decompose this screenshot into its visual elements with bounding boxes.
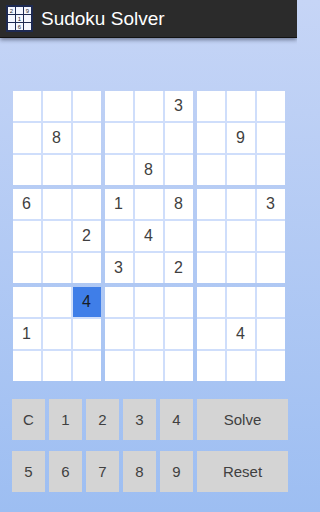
sudoku-board: 838962184323414 bbox=[13, 91, 285, 381]
box-1-1: 8 bbox=[13, 91, 101, 185]
cell-r1c3[interactable] bbox=[73, 91, 101, 121]
app-title: Sudoku Solver bbox=[41, 8, 165, 30]
icon-cell bbox=[8, 15, 15, 22]
cell-r2c1[interactable] bbox=[13, 123, 41, 153]
digit-button-6[interactable]: 6 bbox=[49, 451, 82, 492]
cell-r5c9[interactable] bbox=[257, 221, 285, 251]
sudoku-grid-icon: 2916 bbox=[6, 5, 33, 32]
cell-r8c3[interactable] bbox=[73, 319, 101, 349]
digit-button-8[interactable]: 8 bbox=[123, 451, 156, 492]
cell-r2c9[interactable] bbox=[257, 123, 285, 153]
cell-r1c6[interactable]: 3 bbox=[165, 91, 193, 121]
cell-r7c7[interactable] bbox=[197, 287, 225, 317]
reset-button[interactable]: Reset bbox=[197, 451, 288, 492]
cell-r6c9[interactable] bbox=[257, 253, 285, 283]
cell-r4c2[interactable] bbox=[43, 189, 71, 219]
cell-r9c4[interactable] bbox=[105, 351, 133, 381]
cell-r8c1[interactable]: 1 bbox=[13, 319, 41, 349]
cell-r6c4[interactable]: 3 bbox=[105, 253, 133, 283]
cell-r1c8[interactable] bbox=[227, 91, 255, 121]
digit-button-9[interactable]: 9 bbox=[160, 451, 193, 492]
box-3-2 bbox=[105, 287, 193, 381]
cell-r7c9[interactable] bbox=[257, 287, 285, 317]
icon-digit-9: 9 bbox=[24, 7, 31, 14]
cell-r4c3[interactable] bbox=[73, 189, 101, 219]
box-3-3: 4 bbox=[197, 287, 285, 381]
cell-r4c8[interactable] bbox=[227, 189, 255, 219]
box-2-1: 62 bbox=[13, 189, 101, 283]
cell-r8c4[interactable] bbox=[105, 319, 133, 349]
cell-r9c3[interactable] bbox=[73, 351, 101, 381]
digit-button-7[interactable]: 7 bbox=[86, 451, 119, 492]
cell-r4c5[interactable] bbox=[135, 189, 163, 219]
solve-button[interactable]: Solve bbox=[197, 399, 288, 440]
cell-r8c8[interactable]: 4 bbox=[227, 319, 255, 349]
title-bar: 2916 Sudoku Solver bbox=[0, 0, 297, 38]
cell-r3c1[interactable] bbox=[13, 155, 41, 185]
cell-r2c5[interactable] bbox=[135, 123, 163, 153]
cell-r8c5[interactable] bbox=[135, 319, 163, 349]
cell-r3c8[interactable] bbox=[227, 155, 255, 185]
icon-digit-6: 6 bbox=[16, 23, 23, 30]
digit-button-4[interactable]: 4 bbox=[160, 399, 193, 440]
box-3-1: 41 bbox=[13, 287, 101, 381]
clear-button[interactable]: C bbox=[12, 399, 45, 440]
digit-button-2[interactable]: 2 bbox=[86, 399, 119, 440]
cell-r3c2[interactable] bbox=[43, 155, 71, 185]
cell-r7c6[interactable] bbox=[165, 287, 193, 317]
cell-r3c7[interactable] bbox=[197, 155, 225, 185]
cell-r1c7[interactable] bbox=[197, 91, 225, 121]
cell-r4c9[interactable]: 3 bbox=[257, 189, 285, 219]
cell-r6c5[interactable] bbox=[135, 253, 163, 283]
cell-r8c7[interactable] bbox=[197, 319, 225, 349]
cell-r5c7[interactable] bbox=[197, 221, 225, 251]
icon-cell bbox=[24, 23, 31, 30]
box-1-2: 38 bbox=[105, 91, 193, 185]
cell-r9c1[interactable] bbox=[13, 351, 41, 381]
icon-cell bbox=[24, 15, 31, 22]
cell-r8c2[interactable] bbox=[43, 319, 71, 349]
box-2-3: 3 bbox=[197, 189, 285, 283]
box-2-2: 18432 bbox=[105, 189, 193, 283]
cell-r2c3[interactable] bbox=[73, 123, 101, 153]
cell-r9c6[interactable] bbox=[165, 351, 193, 381]
cell-r6c7[interactable] bbox=[197, 253, 225, 283]
icon-digit-1: 1 bbox=[16, 15, 23, 22]
cell-r1c2[interactable] bbox=[43, 91, 71, 121]
cell-r5c4[interactable] bbox=[105, 221, 133, 251]
keypad: C 1 2 3 4 Solve 5 6 7 8 9 Reset bbox=[12, 399, 288, 492]
digit-button-3[interactable]: 3 bbox=[123, 399, 156, 440]
cell-r3c6[interactable] bbox=[165, 155, 193, 185]
cell-r2c4[interactable] bbox=[105, 123, 133, 153]
cell-r7c8[interactable] bbox=[227, 287, 255, 317]
cell-r6c1[interactable] bbox=[13, 253, 41, 283]
cell-r3c4[interactable] bbox=[105, 155, 133, 185]
icon-digit-2: 2 bbox=[8, 7, 15, 14]
cell-r8c9[interactable] bbox=[257, 319, 285, 349]
cell-r7c5[interactable] bbox=[135, 287, 163, 317]
icon-cell bbox=[8, 23, 15, 30]
cell-r3c9[interactable] bbox=[257, 155, 285, 185]
cell-r5c5[interactable]: 4 bbox=[135, 221, 163, 251]
icon-cell bbox=[16, 7, 23, 14]
cell-r1c9[interactable] bbox=[257, 91, 285, 121]
cell-r2c2[interactable]: 8 bbox=[43, 123, 71, 153]
cell-r6c3[interactable] bbox=[73, 253, 101, 283]
cell-r2c6[interactable] bbox=[165, 123, 193, 153]
cell-r4c7[interactable] bbox=[197, 189, 225, 219]
cell-r3c5[interactable]: 8 bbox=[135, 155, 163, 185]
digit-button-1[interactable]: 1 bbox=[49, 399, 82, 440]
digit-button-5[interactable]: 5 bbox=[12, 451, 45, 492]
cell-r1c5[interactable] bbox=[135, 91, 163, 121]
cell-r4c1[interactable]: 6 bbox=[13, 189, 41, 219]
cell-r7c2[interactable] bbox=[43, 287, 71, 317]
cell-r4c4[interactable]: 1 bbox=[105, 189, 133, 219]
cell-r6c2[interactable] bbox=[43, 253, 71, 283]
cell-r6c6[interactable]: 2 bbox=[165, 253, 193, 283]
cell-r9c5[interactable] bbox=[135, 351, 163, 381]
cell-r9c7[interactable] bbox=[197, 351, 225, 381]
cell-r4c6[interactable]: 8 bbox=[165, 189, 193, 219]
cell-r2c8[interactable]: 9 bbox=[227, 123, 255, 153]
cell-r5c3[interactable]: 2 bbox=[73, 221, 101, 251]
cell-r5c6[interactable] bbox=[165, 221, 193, 251]
cell-r8c6[interactable] bbox=[165, 319, 193, 349]
cell-r7c4[interactable] bbox=[105, 287, 133, 317]
cell-r7c1[interactable] bbox=[13, 287, 41, 317]
box-1-3: 9 bbox=[197, 91, 285, 185]
cell-r9c2[interactable] bbox=[43, 351, 71, 381]
cell-r5c2[interactable] bbox=[43, 221, 71, 251]
cell-r6c8[interactable] bbox=[227, 253, 255, 283]
cell-r9c8[interactable] bbox=[227, 351, 255, 381]
cell-r7c3[interactable]: 4 bbox=[73, 287, 101, 317]
cell-r5c8[interactable] bbox=[227, 221, 255, 251]
cell-r1c1[interactable] bbox=[13, 91, 41, 121]
cell-r9c9[interactable] bbox=[257, 351, 285, 381]
cell-r3c3[interactable] bbox=[73, 155, 101, 185]
cell-r1c4[interactable] bbox=[105, 91, 133, 121]
cell-r5c1[interactable] bbox=[13, 221, 41, 251]
cell-r2c7[interactable] bbox=[197, 123, 225, 153]
